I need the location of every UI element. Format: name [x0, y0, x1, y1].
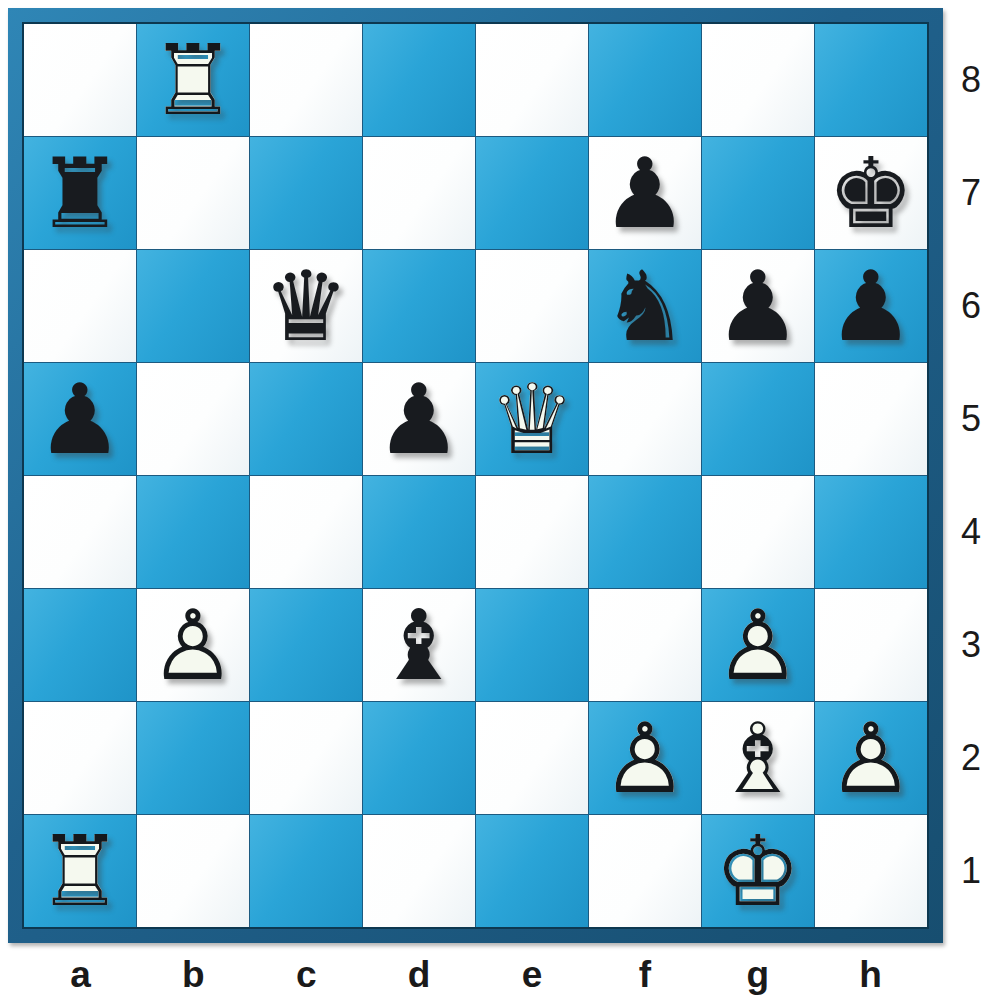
piece-outline: ♙ — [702, 589, 814, 701]
file-label-g: g — [701, 954, 814, 996]
square-g4[interactable] — [702, 476, 814, 588]
square-a4[interactable] — [24, 476, 136, 588]
file-label-a: a — [24, 954, 137, 996]
square-c2[interactable] — [250, 702, 362, 814]
board-grid: ♜♖♜♟♚♛♞♟♟♟♟♛♕♟♙♝♟♙♟♙♝♗♟♙♜♖♚♔ — [22, 22, 929, 929]
rank-label-3: 3 — [946, 588, 996, 701]
square-e4[interactable] — [476, 476, 588, 588]
square-c1[interactable] — [250, 815, 362, 927]
piece-outline: ♕ — [476, 363, 588, 475]
piece-outline: ♔ — [702, 815, 814, 927]
file-labels: a b c d e f g h — [24, 954, 927, 996]
rank-label-8: 8 — [946, 24, 996, 137]
square-g3[interactable]: ♟♙ — [702, 589, 814, 701]
rank-label-1: 1 — [946, 814, 996, 927]
piece-glyph: ♝ — [363, 589, 475, 701]
square-h5[interactable] — [815, 363, 927, 475]
square-c6[interactable]: ♛ — [250, 250, 362, 362]
white-pawn[interactable]: ♟♙ — [137, 589, 249, 701]
square-f7[interactable]: ♟ — [589, 137, 701, 249]
black-knight[interactable]: ♞ — [589, 250, 701, 362]
square-d4[interactable] — [363, 476, 475, 588]
rank-labels: 8 7 6 5 4 3 2 1 — [946, 24, 996, 927]
square-c8[interactable] — [250, 24, 362, 136]
square-b8[interactable]: ♜♖ — [137, 24, 249, 136]
piece-glyph: ♜ — [24, 137, 136, 249]
square-h3[interactable] — [815, 589, 927, 701]
white-queen[interactable]: ♛♕ — [476, 363, 588, 475]
square-d5[interactable]: ♟ — [363, 363, 475, 475]
square-e7[interactable] — [476, 137, 588, 249]
square-g1[interactable]: ♚♔ — [702, 815, 814, 927]
piece-outline: ♙ — [589, 702, 701, 814]
square-a2[interactable] — [24, 702, 136, 814]
rank-label-5: 5 — [946, 363, 996, 476]
piece-glyph: ♛ — [250, 250, 362, 362]
square-c5[interactable] — [250, 363, 362, 475]
white-king[interactable]: ♚♔ — [702, 815, 814, 927]
piece-glyph: ♚ — [815, 137, 927, 249]
square-g7[interactable] — [702, 137, 814, 249]
black-pawn[interactable]: ♟ — [24, 363, 136, 475]
board-frame: ♜♖♜♟♚♛♞♟♟♟♟♛♕♟♙♝♟♙♟♙♝♗♟♙♜♖♚♔ — [8, 8, 943, 943]
square-b1[interactable] — [137, 815, 249, 927]
piece-outline: ♙ — [815, 702, 927, 814]
black-queen[interactable]: ♛ — [250, 250, 362, 362]
square-d1[interactable] — [363, 815, 475, 927]
file-label-d: d — [363, 954, 476, 996]
square-d2[interactable] — [363, 702, 475, 814]
piece-glyph: ♟ — [363, 363, 475, 475]
square-g6[interactable]: ♟ — [702, 250, 814, 362]
piece-glyph: ♟ — [24, 363, 136, 475]
square-b6[interactable] — [137, 250, 249, 362]
piece-outline: ♙ — [137, 589, 249, 701]
square-e3[interactable] — [476, 589, 588, 701]
square-d8[interactable] — [363, 24, 475, 136]
file-label-h: h — [814, 954, 927, 996]
square-c3[interactable] — [250, 589, 362, 701]
piece-glyph: ♟ — [589, 137, 701, 249]
square-d6[interactable] — [363, 250, 475, 362]
file-label-c: c — [250, 954, 363, 996]
rank-label-7: 7 — [946, 137, 996, 250]
square-e1[interactable] — [476, 815, 588, 927]
black-rook[interactable]: ♜ — [24, 137, 136, 249]
square-f3[interactable] — [589, 589, 701, 701]
file-label-f: f — [588, 954, 701, 996]
black-bishop[interactable]: ♝ — [363, 589, 475, 701]
piece-glyph: ♞ — [589, 250, 701, 362]
white-rook[interactable]: ♜♖ — [24, 815, 136, 927]
square-d7[interactable] — [363, 137, 475, 249]
square-f5[interactable] — [589, 363, 701, 475]
rank-label-6: 6 — [946, 250, 996, 363]
square-g8[interactable] — [702, 24, 814, 136]
file-label-e: e — [476, 954, 589, 996]
square-a7[interactable]: ♜ — [24, 137, 136, 249]
black-pawn[interactable]: ♟ — [702, 250, 814, 362]
square-f6[interactable]: ♞ — [589, 250, 701, 362]
piece-glyph: ♟ — [702, 250, 814, 362]
square-a1[interactable]: ♜♖ — [24, 815, 136, 927]
white-bishop[interactable]: ♝♗ — [702, 702, 814, 814]
black-king[interactable]: ♚ — [815, 137, 927, 249]
square-e5[interactable]: ♛♕ — [476, 363, 588, 475]
square-c7[interactable] — [250, 137, 362, 249]
square-e6[interactable] — [476, 250, 588, 362]
square-h7[interactable]: ♚ — [815, 137, 927, 249]
square-h2[interactable]: ♟♙ — [815, 702, 927, 814]
white-pawn[interactable]: ♟♙ — [815, 702, 927, 814]
white-pawn[interactable]: ♟♙ — [702, 589, 814, 701]
piece-outline: ♖ — [24, 815, 136, 927]
file-label-b: b — [137, 954, 250, 996]
square-h4[interactable] — [815, 476, 927, 588]
square-b2[interactable] — [137, 702, 249, 814]
square-g5[interactable] — [702, 363, 814, 475]
black-pawn[interactable]: ♟ — [363, 363, 475, 475]
square-e2[interactable] — [476, 702, 588, 814]
square-h1[interactable] — [815, 815, 927, 927]
square-h8[interactable] — [815, 24, 927, 136]
square-a5[interactable]: ♟ — [24, 363, 136, 475]
white-rook[interactable]: ♜♖ — [137, 24, 249, 136]
square-f4[interactable] — [589, 476, 701, 588]
chessboard: ♜♖♜♟♚♛♞♟♟♟♟♛♕♟♙♝♟♙♟♙♝♗♟♙♜♖♚♔ — [8, 8, 943, 943]
square-b7[interactable] — [137, 137, 249, 249]
black-pawn[interactable]: ♟ — [815, 250, 927, 362]
square-b4[interactable] — [137, 476, 249, 588]
piece-outline: ♗ — [702, 702, 814, 814]
square-c4[interactable] — [250, 476, 362, 588]
square-e8[interactable] — [476, 24, 588, 136]
square-b5[interactable] — [137, 363, 249, 475]
piece-glyph: ♟ — [815, 250, 927, 362]
square-f2[interactable]: ♟♙ — [589, 702, 701, 814]
square-d3[interactable]: ♝ — [363, 589, 475, 701]
square-a6[interactable] — [24, 250, 136, 362]
square-b3[interactable]: ♟♙ — [137, 589, 249, 701]
white-pawn[interactable]: ♟♙ — [589, 702, 701, 814]
black-pawn[interactable]: ♟ — [589, 137, 701, 249]
square-a8[interactable] — [24, 24, 136, 136]
piece-outline: ♖ — [137, 24, 249, 136]
rank-label-2: 2 — [946, 701, 996, 814]
square-g2[interactable]: ♝♗ — [702, 702, 814, 814]
square-a3[interactable] — [24, 589, 136, 701]
square-h6[interactable]: ♟ — [815, 250, 927, 362]
square-f1[interactable] — [589, 815, 701, 927]
rank-label-4: 4 — [946, 476, 996, 589]
square-f8[interactable] — [589, 24, 701, 136]
